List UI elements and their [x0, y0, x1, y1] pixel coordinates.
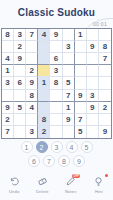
cell-r5c3[interactable]: 9	[26, 77, 38, 89]
cell-r9c1[interactable]: 7	[2, 126, 14, 138]
numpad-row: 12345	[0, 141, 113, 153]
cell-r5c2[interactable]: 6	[14, 77, 26, 89]
cell-r6c5[interactable]	[50, 90, 62, 102]
cell-r5c1[interactable]: 3	[2, 77, 14, 89]
cell-r8c1[interactable]: 2	[2, 114, 14, 126]
delete-button[interactable]: Delete	[29, 176, 55, 194]
cell-r1c3[interactable]: 7	[26, 29, 38, 41]
hint-label: Hint	[95, 189, 103, 194]
cell-r4c4[interactable]	[38, 65, 50, 77]
cell-r9c9[interactable]: 9	[99, 126, 111, 138]
cell-r6c9[interactable]	[99, 90, 111, 102]
numpad-button-7[interactable]: 7	[43, 155, 55, 167]
cell-r5c5[interactable]: 8	[50, 77, 62, 89]
cell-r8c5[interactable]	[50, 114, 62, 126]
cell-r2c4[interactable]	[38, 41, 50, 53]
cell-r7c1[interactable]: 9	[2, 102, 14, 114]
cell-r3c8[interactable]	[87, 53, 99, 65]
cell-r6c2[interactable]	[14, 90, 26, 102]
number-pad: 123456789	[0, 141, 113, 171]
cell-r5c8[interactable]	[87, 77, 99, 89]
cell-r5c9[interactable]	[99, 77, 111, 89]
cell-r3c5[interactable]: 6	[50, 53, 62, 65]
cell-r9c7[interactable]: 5	[75, 126, 87, 138]
cell-r1c4[interactable]: 4	[38, 29, 50, 41]
cell-r2c5[interactable]	[50, 41, 62, 53]
cell-r6c3[interactable]: 8	[26, 90, 38, 102]
cell-r6c7[interactable]: 9	[75, 90, 87, 102]
cell-r2c9[interactable]: 8	[99, 41, 111, 53]
numpad-row: 6789	[0, 155, 113, 167]
cell-r5c6[interactable]: 5	[63, 77, 75, 89]
cell-r8c2[interactable]	[14, 114, 26, 126]
hint-badge	[105, 174, 108, 177]
cell-r4c8[interactable]	[87, 65, 99, 77]
numpad-button-2[interactable]: 2	[36, 141, 48, 153]
cell-r3c7[interactable]	[75, 53, 87, 65]
notes-badge: OFF	[72, 174, 80, 178]
hint-button[interactable]: Hint	[86, 176, 112, 194]
cell-r1c6[interactable]	[63, 29, 75, 41]
cell-r1c1[interactable]: 8	[2, 29, 14, 41]
cell-r5c4[interactable]: 1	[38, 77, 50, 89]
cell-r2c1[interactable]	[2, 41, 14, 53]
pencil-icon: OFF	[65, 176, 76, 187]
numpad-button-5[interactable]: 5	[81, 141, 93, 153]
cell-r3c4[interactable]	[38, 53, 50, 65]
cell-r7c9[interactable]: 2	[99, 102, 111, 114]
undo-button[interactable]: Undo	[1, 176, 27, 194]
cell-r8c3[interactable]	[26, 114, 38, 126]
cell-r3c6[interactable]	[63, 53, 75, 65]
cell-r4c5[interactable]: 3	[50, 65, 62, 77]
cell-r9c8[interactable]	[87, 126, 99, 138]
cell-r9c5[interactable]	[50, 126, 62, 138]
hint-icon	[93, 176, 104, 187]
cell-r7c8[interactable]: 9	[87, 102, 99, 114]
undo-icon	[9, 176, 20, 187]
cell-r9c6[interactable]	[63, 126, 75, 138]
cell-r8c8[interactable]	[87, 114, 99, 126]
cell-r6c1[interactable]	[2, 90, 14, 102]
cell-r2c8[interactable]: 9	[87, 41, 99, 53]
delete-label: Delete	[36, 189, 49, 194]
cell-r2c3[interactable]	[26, 41, 38, 53]
cell-r9c4[interactable]: 2	[38, 126, 50, 138]
cell-r1c7[interactable]: 1	[75, 29, 87, 41]
notes-button[interactable]: OFFNotes	[58, 176, 84, 194]
cell-r3c9[interactable]: 7	[99, 53, 111, 65]
cell-r1c8[interactable]	[87, 29, 99, 41]
cell-r8c7[interactable]: 7	[75, 114, 87, 126]
cell-r4c2[interactable]	[14, 65, 26, 77]
cell-r4c7[interactable]	[75, 65, 87, 77]
game-timer: 00:01	[93, 21, 107, 27]
cell-r7c3[interactable]: 4	[26, 102, 38, 114]
cell-r4c9[interactable]	[99, 65, 111, 77]
cell-r6c6[interactable]: 7	[63, 90, 75, 102]
cell-r2c6[interactable]: 3	[63, 41, 75, 53]
cell-r6c4[interactable]	[38, 90, 50, 102]
numpad-button-4[interactable]: 4	[66, 141, 78, 153]
numpad-button-8[interactable]: 8	[58, 155, 70, 167]
undo-label: Undo	[9, 189, 19, 194]
numpad-button-3[interactable]: 3	[51, 141, 63, 153]
cell-r2c7[interactable]	[75, 41, 87, 53]
cell-r3c3[interactable]	[26, 53, 38, 65]
cell-r4c1[interactable]: 1	[2, 65, 14, 77]
cell-r4c6[interactable]	[63, 65, 75, 77]
cell-r8c6[interactable]: 9	[63, 114, 75, 126]
numpad-button-9[interactable]: 9	[73, 155, 85, 167]
cell-r7c6[interactable]: 1	[63, 102, 75, 114]
header: Classic Sudoku 00:01	[0, 0, 113, 28]
page-title: Classic Sudoku	[0, 7, 113, 18]
numpad-button-1[interactable]: 1	[21, 141, 33, 153]
cell-r6c8[interactable]: 3	[87, 90, 99, 102]
cell-r7c4[interactable]	[38, 102, 50, 114]
cell-r1c9[interactable]	[99, 29, 111, 41]
cell-r3c2[interactable]: 9	[14, 53, 26, 65]
numpad-button-6[interactable]: 6	[28, 155, 40, 167]
cell-r7c2[interactable]: 5	[14, 102, 26, 114]
cell-r2c2[interactable]: 2	[14, 41, 26, 53]
cell-r5c7[interactable]	[75, 77, 87, 89]
cell-r1c5[interactable]: 9	[50, 29, 62, 41]
cell-r3c1[interactable]: 4	[2, 53, 14, 65]
cell-r7c7[interactable]	[75, 102, 87, 114]
cell-r7c5[interactable]	[50, 102, 62, 114]
toolbar: UndoDeleteOFFNotesHint	[0, 176, 113, 198]
sudoku-board: 8374912398496712336918587939541922897732…	[1, 28, 112, 139]
cell-r8c4[interactable]: 8	[38, 114, 50, 126]
cell-r4c3[interactable]: 2	[26, 65, 38, 77]
notes-label: Notes	[65, 189, 76, 194]
cell-r9c3[interactable]: 3	[26, 126, 38, 138]
eraser-icon	[37, 176, 48, 187]
cell-r8c9[interactable]	[99, 114, 111, 126]
cell-r1c2[interactable]: 3	[14, 29, 26, 41]
cell-r9c2[interactable]	[14, 126, 26, 138]
